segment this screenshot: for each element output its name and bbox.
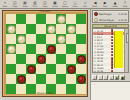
nav-stop-button[interactable]: ■ [120,75,125,81]
white-checker-piece[interactable] [7,25,16,34]
scrollbar-thumb[interactable] [126,33,129,43]
board-square-r4c7[interactable] [76,54,86,64]
board-square-r3c4[interactable] [46,44,56,54]
player-info-box: Red Player 0:00:00 White Player 0:00:00 [92,10,129,23]
white-checker-piece[interactable] [67,25,76,34]
comment-text: · · · [91,82,130,87]
board-square-r1c2[interactable] [26,24,36,34]
nav-prev-button[interactable]: ‹ [98,75,103,81]
board-panel: Checkers White to Play [0,9,90,100]
board-square-r0c4 [46,14,56,24]
board-square-r4c0 [6,54,16,64]
board-square-r6c0 [6,74,16,84]
board-square-r5c1 [16,64,26,74]
board-square-r0c6 [66,14,76,24]
setup-button[interactable]: □Setup [60,0,70,8]
hint-button[interactable]: ◇Hint [80,0,90,8]
white-checker-piece[interactable] [57,35,66,44]
board-square-r5c7 [76,64,86,74]
side-panel: Red Player 0:00:00 White Player 0:00:00 … [90,9,130,100]
red-player-clock: 0:00:00 [119,13,127,16]
fwd-button[interactable]: ▶Fwd [100,0,110,8]
print-button[interactable]: ▥Print [30,0,40,8]
nav-first-button[interactable]: « [92,75,97,81]
paste-button[interactable]: ▦Paste [50,0,60,8]
board-square-r0c2 [26,14,36,24]
board-square-r4c1[interactable] [16,54,26,64]
board-square-r3c7 [76,44,86,54]
board-square-r4c3[interactable] [36,54,46,64]
board-square-r4c4 [46,54,56,64]
red-checker-piece[interactable] [67,65,76,74]
board-square-r4c2 [26,54,36,64]
board-square-r6c2 [26,74,36,84]
board-square-r6c4 [46,74,56,84]
nav-play-button[interactable]: ▶ [114,75,119,81]
board-square-r1c5 [56,24,66,34]
board-square-r3c1 [16,44,26,54]
board-square-r4c5[interactable] [56,54,66,64]
move-piece-icon [111,70,113,72]
board-square-r3c0[interactable] [6,44,16,54]
eval-column [114,31,123,68]
board-square-r6c7[interactable] [76,74,86,84]
checkers-board[interactable] [6,14,86,94]
white-player-name: White Player [99,19,119,22]
board-square-r0c0 [6,14,16,24]
white-checker-piece[interactable] [57,15,66,24]
board-square-r3c2[interactable] [26,44,36,54]
white-player-clock: 0:00:00 [119,19,127,22]
level-button[interactable]: ▲Level [110,0,120,8]
board-square-r1c1 [16,24,26,34]
movelist-table[interactable]: 1.11-152.23-193.8-114.22-175.9-136.17-14… [92,28,129,73]
board-square-r5c2[interactable] [26,64,36,74]
save-button[interactable]: ▤Save [20,0,30,8]
board-square-r5c0[interactable] [6,64,16,74]
board-square-r1c4[interactable] [46,24,56,34]
board-frame: Checkers White to Play [2,10,88,97]
move-nav-toolbar: «‹›»▶■ [92,74,129,81]
board-square-r4c6 [66,54,76,64]
red-checker-piece[interactable] [37,55,46,64]
board-square-r0c5[interactable] [56,14,66,24]
board-square-r3c3 [36,44,46,54]
back-button[interactable]: ◀Back [90,0,100,8]
board-square-r2c3[interactable] [36,34,46,44]
movelist-scrollbar[interactable] [124,29,128,72]
board-square-r2c7[interactable] [76,34,86,44]
comment-box[interactable]: · · · [91,81,130,100]
copy-button[interactable]: ◫Copy [40,0,50,8]
help-button[interactable]: ?Help [120,0,130,8]
red-checker-piece[interactable] [27,65,36,74]
nav-next-button[interactable]: › [103,75,108,81]
open-button[interactable]: ◰Open [10,0,20,8]
board-square-r1c0[interactable] [6,24,16,34]
board-square-r5c3 [36,64,46,74]
board-square-r5c5 [56,64,66,74]
board-square-r0c3[interactable] [36,14,46,24]
red-checker-piece[interactable] [77,75,86,84]
board-square-r6c5[interactable] [56,74,66,84]
board-square-r2c2 [26,34,36,44]
board-square-r0c1[interactable] [16,14,26,24]
board-square-r2c1[interactable] [16,34,26,44]
board-square-r3c5 [56,44,66,54]
white-checker-piece[interactable] [17,35,26,44]
red-checker-piece[interactable] [17,75,26,84]
white-checker-piece[interactable] [7,45,16,54]
board-square-r6c6 [66,74,76,84]
board-square-r2c4 [46,34,56,44]
board-bottom-label: White to Play [3,93,87,96]
move-row[interactable]: 14.30-26 [93,69,128,72]
board-square-r2c5[interactable] [56,34,66,44]
board-square-r6c1[interactable] [16,74,26,84]
board-square-r3c6[interactable] [66,44,76,54]
red-player-name: Red Player [99,13,119,16]
nav-last-button[interactable]: » [109,75,114,81]
board-square-r1c3 [36,24,46,34]
red-piece-icon [94,12,98,16]
clock-button[interactable]: ○Clock [70,0,80,8]
red-checker-piece[interactable] [77,55,86,64]
board-square-r2c6 [66,34,76,44]
board-square-r1c7 [76,24,86,34]
board-square-r0c7[interactable] [76,14,86,24]
white-checker-piece[interactable] [47,25,56,34]
board-square-r2c0 [6,34,16,44]
main-toolbar: +New◰Open▤Save▥Print◫Copy▦Paste□Setup○Cl… [0,0,130,9]
board-square-r6c3[interactable] [36,74,46,84]
red-checker-piece[interactable] [47,45,56,54]
player-row-white: White Player 0:00:00 [93,17,128,23]
board-square-r5c4[interactable] [46,64,56,74]
white-piece-icon [94,18,98,22]
board-square-r5c6[interactable] [66,64,76,74]
new-button[interactable]: +New [0,0,10,8]
board-square-r1c6[interactable] [66,24,76,34]
